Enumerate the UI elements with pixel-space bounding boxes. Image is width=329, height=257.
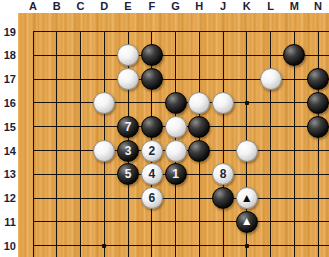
move-number-4: 4 [148,168,155,180]
column-label-E: E [124,0,131,12]
move-number-3: 3 [125,145,132,157]
stone-E15[interactable]: 7 [117,116,139,138]
row-label-17: 17 [0,73,16,86]
stone-N16[interactable] [307,92,329,114]
stone-H16[interactable] [188,92,210,114]
row-label-13: 13 [0,168,16,181]
column-label-G: G [171,0,180,12]
stone-K14[interactable] [236,140,258,162]
stone-G14[interactable] [165,140,187,162]
column-label-H: H [195,0,203,12]
stone-F15[interactable] [141,116,163,138]
grid-line-col-A [33,32,34,257]
grid-line-col-J [223,32,224,257]
star-point-D10 [102,244,106,248]
row-label-18: 18 [0,49,16,62]
move-number-8: 8 [220,168,227,180]
grid-line-row-19 [33,31,329,32]
row-label-14: 14 [0,144,16,157]
stone-G16[interactable] [165,92,187,114]
column-label-K: K [243,0,251,12]
move-number-2: 2 [148,145,155,157]
star-point-K10 [245,244,249,248]
triangle-mark-icon: ▲ [241,215,253,228]
column-label-D: D [100,0,108,12]
stone-G13[interactable]: 1 [165,163,187,185]
column-label-F: F [148,0,155,12]
column-label-A: A [29,0,37,12]
stone-K11[interactable]: ▲ [236,211,258,233]
stone-N15[interactable] [307,116,329,138]
stone-H15[interactable] [188,116,210,138]
stone-H14[interactable] [188,140,210,162]
stone-E14[interactable]: 3 [117,140,139,162]
row-label-15: 15 [0,120,16,133]
stone-F14[interactable]: 2 [141,140,163,162]
row-label-11: 11 [0,215,16,228]
star-point-K16 [245,101,249,105]
column-label-N: N [314,0,322,12]
row-label-12: 12 [0,192,16,205]
grid-line-row-10 [33,245,329,246]
stone-L17[interactable] [260,68,282,90]
stone-J12[interactable] [212,187,234,209]
triangle-mark-icon: ▲ [241,192,253,205]
move-number-1: 1 [172,168,179,180]
stone-E17[interactable] [117,68,139,90]
stone-K12[interactable]: ▲ [236,187,258,209]
stone-J16[interactable] [212,92,234,114]
stone-F13[interactable]: 4 [141,163,163,185]
move-number-7: 7 [125,121,132,133]
column-label-C: C [77,0,85,12]
row-label-16: 16 [0,96,16,109]
stone-D14[interactable] [93,140,115,162]
row-label-19: 19 [0,25,16,38]
grid-line-col-C [80,32,81,257]
stone-G15[interactable] [165,116,187,138]
grid-line-col-B [56,32,57,257]
stone-D16[interactable] [93,92,115,114]
column-label-B: B [53,0,61,12]
stone-N17[interactable] [307,68,329,90]
move-number-6: 6 [148,192,155,204]
stone-F18[interactable] [141,44,163,66]
grid-line-row-11 [33,221,329,222]
stone-F17[interactable] [141,68,163,90]
grid-line-row-17 [33,79,329,80]
column-label-L: L [267,0,274,12]
grid-line-row-12 [33,198,329,199]
column-label-J: J [220,0,226,12]
move-number-5: 5 [125,168,132,180]
stone-F12[interactable]: 6 [141,187,163,209]
go-diagram: ABCDEFGHJKLMN19181716151413121110 732541… [0,0,329,257]
grid-line-col-N [318,32,319,257]
row-label-10: 10 [0,239,16,252]
grid-line-col-L [270,32,271,257]
column-label-M: M [290,0,299,12]
